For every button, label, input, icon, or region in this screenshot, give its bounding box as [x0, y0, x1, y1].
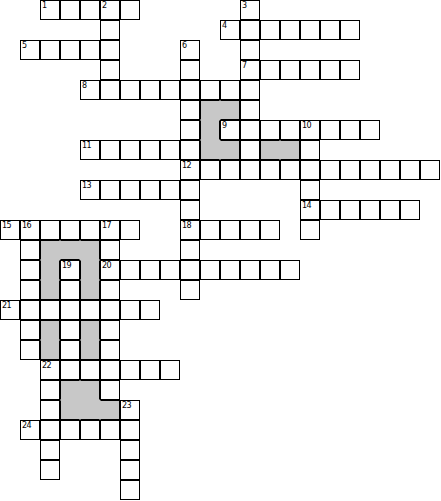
cell-r21c6[interactable]: [120, 420, 140, 440]
cell-r13c12[interactable]: [240, 260, 260, 280]
cell-r2c4[interactable]: [80, 40, 100, 60]
cell-r15c5[interactable]: [100, 300, 120, 320]
cell-r8c20[interactable]: [400, 160, 420, 180]
cell-r19c2[interactable]: [40, 380, 60, 400]
shaded-cell-r19c3: [60, 380, 80, 400]
cell-r13c13[interactable]: [260, 260, 280, 280]
cell-r15c3[interactable]: [60, 300, 80, 320]
cell-r0c6[interactable]: [120, 0, 140, 20]
shaded-cell-r20c4: [80, 400, 100, 420]
clue-number-10: 10: [302, 121, 311, 130]
cell-r7c4[interactable]: 11: [80, 140, 100, 160]
clue-number-15: 15: [2, 221, 11, 230]
cell-r8c17[interactable]: [340, 160, 360, 180]
cell-r23c6[interactable]: [120, 460, 140, 480]
cell-r24c6[interactable]: [120, 480, 140, 500]
cell-r3c5[interactable]: [100, 60, 120, 80]
cell-r13c7[interactable]: [140, 260, 160, 280]
shaded-cell-r7c11: [220, 140, 240, 160]
cell-r7c12[interactable]: [240, 140, 260, 160]
clue-number-9: 9: [222, 121, 227, 130]
shaded-cell-r6c10: [200, 120, 220, 140]
shaded-cell-r5c10: [200, 100, 220, 120]
cell-r16c3[interactable]: [60, 320, 80, 340]
cell-r3c12[interactable]: 7: [240, 60, 260, 80]
cell-r14c9[interactable]: [180, 280, 200, 300]
cell-r20c2[interactable]: [40, 400, 60, 420]
clue-number-5: 5: [22, 41, 27, 50]
clue-number-11: 11: [82, 141, 91, 150]
clue-number-7: 7: [242, 61, 247, 70]
clue-number-12: 12: [182, 161, 191, 170]
shaded-cell-r14c2: [40, 280, 60, 300]
cell-r17c1[interactable]: [20, 340, 40, 360]
cell-r4c4[interactable]: 8: [80, 80, 100, 100]
cell-r3c13[interactable]: [260, 60, 280, 80]
cell-r3c16[interactable]: [320, 60, 340, 80]
cell-r11c6[interactable]: [120, 220, 140, 240]
cell-r12c5[interactable]: [100, 240, 120, 260]
cell-r2c5[interactable]: [100, 40, 120, 60]
shaded-cell-r12c4: [80, 240, 100, 260]
cell-r21c2[interactable]: [40, 420, 60, 440]
cell-r11c0[interactable]: 15: [0, 220, 20, 240]
shaded-cell-r12c3: [60, 240, 80, 260]
shaded-cell-r17c4: [80, 340, 100, 360]
cell-r11c11[interactable]: [220, 220, 240, 240]
cell-r4c9[interactable]: [180, 80, 200, 100]
cell-r15c4[interactable]: [80, 300, 100, 320]
cell-r15c2[interactable]: [40, 300, 60, 320]
cell-r3c15[interactable]: [300, 60, 320, 80]
cell-r6c13[interactable]: [260, 120, 280, 140]
cell-r18c4[interactable]: [80, 360, 100, 380]
cell-r20c6[interactable]: 23: [120, 400, 140, 420]
cell-r9c4[interactable]: 13: [80, 180, 100, 200]
cell-r4c5[interactable]: [100, 80, 120, 100]
cell-r10c15[interactable]: 14: [300, 200, 320, 220]
cell-r22c2[interactable]: [40, 440, 60, 460]
cell-r13c10[interactable]: [200, 260, 220, 280]
cell-r11c5[interactable]: 17: [100, 220, 120, 240]
cell-r1c16[interactable]: [320, 20, 340, 40]
cell-r1c5[interactable]: [100, 20, 120, 40]
cell-r0c4[interactable]: [80, 0, 100, 20]
cell-r3c14[interactable]: [280, 60, 300, 80]
cell-r6c16[interactable]: [320, 120, 340, 140]
shaded-cell-r14c4: [80, 280, 100, 300]
cell-r9c7[interactable]: [140, 180, 160, 200]
cell-r0c5[interactable]: 2: [100, 0, 120, 20]
cell-r10c9[interactable]: [180, 200, 200, 220]
cell-r1c14[interactable]: [280, 20, 300, 40]
cell-r8c16[interactable]: [320, 160, 340, 180]
cell-r8c21[interactable]: [420, 160, 440, 180]
cell-r13c11[interactable]: [220, 260, 240, 280]
cell-r1c15[interactable]: [300, 20, 320, 40]
shaded-cell-r7c14: [280, 140, 300, 160]
cell-r11c4[interactable]: [80, 220, 100, 240]
cell-r15c6[interactable]: [120, 300, 140, 320]
cell-r6c17[interactable]: [340, 120, 360, 140]
shaded-cell-r16c2: [40, 320, 60, 340]
clue-number-2: 2: [102, 1, 107, 10]
cell-r12c1[interactable]: [20, 240, 40, 260]
cell-r2c1[interactable]: 5: [20, 40, 40, 60]
cell-r10c18[interactable]: [360, 200, 380, 220]
cell-r13c1[interactable]: [20, 260, 40, 280]
cell-r9c15[interactable]: [300, 180, 320, 200]
cell-r13c6[interactable]: [120, 260, 140, 280]
cell-r0c2[interactable]: 1: [40, 0, 60, 20]
cell-r13c8[interactable]: [160, 260, 180, 280]
cell-r11c12[interactable]: [240, 220, 260, 240]
cell-r18c2[interactable]: 22: [40, 360, 60, 380]
cell-r11c2[interactable]: [40, 220, 60, 240]
cell-r4c12[interactable]: [240, 80, 260, 100]
cell-r13c9[interactable]: [180, 260, 200, 280]
clue-number-20: 20: [102, 261, 111, 270]
cell-r22c6[interactable]: [120, 440, 140, 460]
clue-number-3: 3: [242, 1, 247, 10]
shaded-cell-r20c5: [100, 400, 120, 420]
cell-r0c12[interactable]: 3: [240, 0, 260, 20]
cell-r3c9[interactable]: [180, 60, 200, 80]
cell-r8c15[interactable]: [300, 160, 320, 180]
cell-r5c12[interactable]: [240, 100, 260, 120]
crossword-board: 123456789101112131415161718192021222324: [0, 0, 441, 501]
cell-r7c5[interactable]: [100, 140, 120, 160]
clue-number-4: 4: [222, 21, 227, 30]
clue-number-13: 13: [82, 181, 91, 190]
clue-number-18: 18: [182, 221, 191, 230]
shaded-cell-r13c4: [80, 260, 100, 280]
cell-r1c17[interactable]: [340, 20, 360, 40]
shaded-cell-r12c2: [40, 240, 60, 260]
clue-number-17: 17: [102, 221, 111, 230]
cell-r18c5[interactable]: [100, 360, 120, 380]
cell-r9c9[interactable]: [180, 180, 200, 200]
cell-r6c12[interactable]: [240, 120, 260, 140]
cell-r6c14[interactable]: [280, 120, 300, 140]
cell-r4c10[interactable]: [200, 80, 220, 100]
clue-number-8: 8: [82, 81, 87, 90]
cell-r4c7[interactable]: [140, 80, 160, 100]
cell-r1c13[interactable]: [260, 20, 280, 40]
cell-r4c11[interactable]: [220, 80, 240, 100]
cell-r23c2[interactable]: [40, 460, 60, 480]
cell-r8c13[interactable]: [260, 160, 280, 180]
clue-number-22: 22: [42, 361, 51, 370]
cell-r6c18[interactable]: [360, 120, 380, 140]
clue-number-24: 24: [22, 421, 31, 430]
clue-number-1: 1: [42, 1, 47, 10]
cell-r11c15[interactable]: [300, 220, 320, 240]
cell-r19c5[interactable]: [100, 380, 120, 400]
cell-r21c3[interactable]: [60, 420, 80, 440]
cell-r8c18[interactable]: [360, 160, 380, 180]
cell-r17c5[interactable]: [100, 340, 120, 360]
cell-r7c9[interactable]: [180, 140, 200, 160]
cell-r7c15[interactable]: [300, 140, 320, 160]
cell-r15c7[interactable]: [140, 300, 160, 320]
clue-number-16: 16: [22, 221, 31, 230]
cell-r14c1[interactable]: [20, 280, 40, 300]
clue-number-14: 14: [302, 201, 311, 210]
cell-r10c17[interactable]: [340, 200, 360, 220]
clue-number-6: 6: [182, 41, 187, 50]
cell-r1c12[interactable]: [240, 20, 260, 40]
cell-r8c11[interactable]: [220, 160, 240, 180]
cell-r7c7[interactable]: [140, 140, 160, 160]
cell-r7c8[interactable]: [160, 140, 180, 160]
cell-r2c3[interactable]: [60, 40, 80, 60]
cell-r11c1[interactable]: 16: [20, 220, 40, 240]
shaded-cell-r7c13: [260, 140, 280, 160]
cell-r9c8[interactable]: [160, 180, 180, 200]
cell-r10c19[interactable]: [380, 200, 400, 220]
clue-number-19: 19: [62, 261, 71, 270]
cell-r17c3[interactable]: [60, 340, 80, 360]
cell-r9c5[interactable]: [100, 180, 120, 200]
cell-r13c14[interactable]: [280, 260, 300, 280]
cell-r21c4[interactable]: [80, 420, 100, 440]
cell-r2c12[interactable]: [240, 40, 260, 60]
cell-r10c20[interactable]: [400, 200, 420, 220]
cell-r8c12[interactable]: [240, 160, 260, 180]
clue-number-23: 23: [122, 401, 131, 410]
cell-r8c9[interactable]: 12: [180, 160, 200, 180]
cell-r4c8[interactable]: [160, 80, 180, 100]
shaded-cell-r17c2: [40, 340, 60, 360]
cell-r6c9[interactable]: [180, 120, 200, 140]
cell-r11c13[interactable]: [260, 220, 280, 240]
cell-r8c19[interactable]: [380, 160, 400, 180]
shaded-cell-r16c4: [80, 320, 100, 340]
cell-r3c17[interactable]: [340, 60, 360, 80]
cell-r15c0[interactable]: 21: [0, 300, 20, 320]
cell-r1c11[interactable]: 4: [220, 20, 240, 40]
cell-r2c2[interactable]: [40, 40, 60, 60]
cell-r16c1[interactable]: [20, 320, 40, 340]
cell-r13c3[interactable]: 19: [60, 260, 80, 280]
cell-r4c6[interactable]: [120, 80, 140, 100]
cell-r12c9[interactable]: [180, 240, 200, 260]
cell-r13c5[interactable]: 20: [100, 260, 120, 280]
cell-r18c6[interactable]: [120, 360, 140, 380]
cell-r8c14[interactable]: [280, 160, 300, 180]
cell-r11c10[interactable]: [200, 220, 220, 240]
cell-r6c15[interactable]: 10: [300, 120, 320, 140]
cell-r14c3[interactable]: [60, 280, 80, 300]
cell-r21c1[interactable]: 24: [20, 420, 40, 440]
cell-r7c6[interactable]: [120, 140, 140, 160]
cell-r16c5[interactable]: [100, 320, 120, 340]
shaded-cell-r13c2: [40, 260, 60, 280]
shaded-cell-r19c4: [80, 380, 100, 400]
cell-r6c11[interactable]: 9: [220, 120, 240, 140]
clue-number-21: 21: [2, 301, 11, 310]
shaded-cell-r20c3: [60, 400, 80, 420]
cell-r15c1[interactable]: [20, 300, 40, 320]
cell-r8c10[interactable]: [200, 160, 220, 180]
cell-r14c5[interactable]: [100, 280, 120, 300]
cell-r11c3[interactable]: [60, 220, 80, 240]
cell-r18c7[interactable]: [140, 360, 160, 380]
cell-r0c3[interactable]: [60, 0, 80, 20]
cell-r18c8[interactable]: [160, 360, 180, 380]
shaded-cell-r5c11: [220, 100, 240, 120]
cell-r5c9[interactable]: [180, 100, 200, 120]
cell-r10c16[interactable]: [320, 200, 340, 220]
cell-r21c5[interactable]: [100, 420, 120, 440]
shaded-cell-r7c10: [200, 140, 220, 160]
cell-r11c9[interactable]: 18: [180, 220, 200, 240]
cell-r2c9[interactable]: 6: [180, 40, 200, 60]
cell-r9c6[interactable]: [120, 180, 140, 200]
cell-r18c3[interactable]: [60, 360, 80, 380]
